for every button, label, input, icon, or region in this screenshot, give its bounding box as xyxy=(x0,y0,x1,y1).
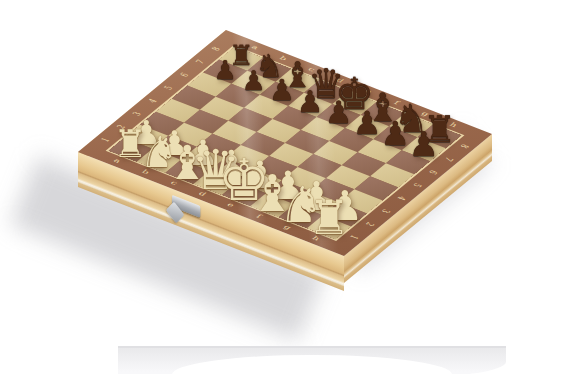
board-top-surface: aabbccddeeffgghh1122334455667788 xyxy=(78,30,492,256)
clasp-hanging-part xyxy=(166,201,185,223)
chess-board: aabbccddeeffgghh1122334455667788 xyxy=(0,0,582,374)
chess-set-photo[interactable]: aabbccddeeffgghh1122334455667788 ♜♞♝♛♚♝♞… xyxy=(0,0,582,374)
